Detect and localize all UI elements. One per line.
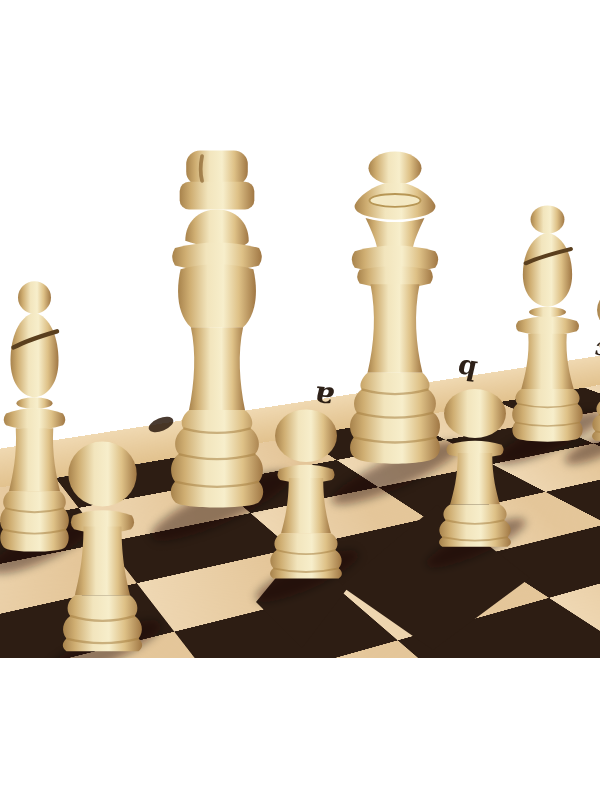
product-photo: abc [0,0,600,800]
image-padding [0,658,600,800]
